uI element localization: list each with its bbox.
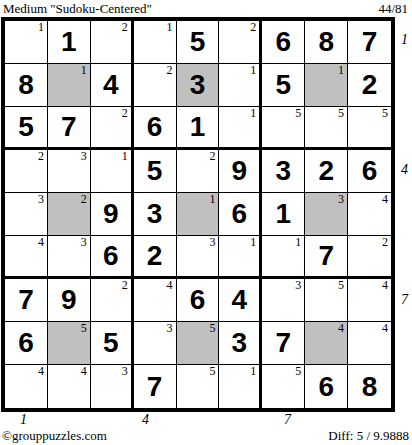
given-digit: 9 bbox=[61, 286, 77, 314]
cell-r7c8[interactable]: 5 bbox=[305, 279, 348, 322]
given-digit: 7 bbox=[318, 242, 334, 270]
given-digit: 7 bbox=[18, 286, 34, 314]
pencil-mark: 4 bbox=[382, 322, 388, 335]
cell-r5c9[interactable]: 4 bbox=[348, 193, 391, 236]
cell-r8c6[interactable]: 3 bbox=[219, 322, 262, 365]
cell-r3c1[interactable]: 5 bbox=[5, 107, 48, 150]
pencil-mark: 5 bbox=[338, 279, 344, 292]
given-digit: 6 bbox=[362, 157, 378, 185]
pencil-mark: 4 bbox=[382, 193, 388, 206]
pencil-mark: 3 bbox=[81, 236, 87, 249]
cell-r3c2[interactable]: 7 bbox=[48, 107, 91, 150]
given-digit: 3 bbox=[147, 200, 163, 228]
pencil-mark: 3 bbox=[295, 279, 301, 292]
given-digit: 1 bbox=[190, 113, 206, 141]
given-digit: 3 bbox=[275, 157, 291, 185]
cell-r7c7[interactable]: 3 bbox=[262, 279, 305, 322]
pencil-mark: 1 bbox=[38, 21, 44, 34]
row-label-4: 4 bbox=[401, 162, 408, 178]
cell-r2c9[interactable]: 2 bbox=[348, 64, 391, 107]
cell-r8c8[interactable]: 4 bbox=[305, 322, 348, 365]
cell-r5c2[interactable]: 2 bbox=[48, 193, 91, 236]
given-digit: 2 bbox=[147, 242, 163, 270]
pencil-mark: 5 bbox=[338, 107, 344, 120]
given-digit: 4 bbox=[232, 286, 248, 314]
cell-r6c5[interactable]: 3 bbox=[177, 236, 220, 279]
pencil-mark: 5 bbox=[209, 365, 215, 378]
cell-r1c5[interactable]: 5 bbox=[177, 21, 220, 64]
pencil-mark: 5 bbox=[382, 107, 388, 120]
pencil-mark: 2 bbox=[122, 107, 128, 120]
cell-r8c9[interactable]: 4 bbox=[348, 322, 391, 365]
pencil-mark: 2 bbox=[122, 21, 128, 34]
cell-r8c5[interactable]: 5 bbox=[177, 322, 220, 365]
cell-r5c4[interactable]: 3 bbox=[134, 193, 177, 236]
cell-r7c2[interactable]: 9 bbox=[48, 279, 91, 322]
cell-r8c2[interactable]: 5 bbox=[48, 322, 91, 365]
sudoku-board: 1121526878142315125726115552315293263293… bbox=[1, 17, 395, 412]
given-digit: 8 bbox=[18, 71, 34, 99]
pencil-mark: 3 bbox=[38, 193, 44, 206]
cell-r4c6[interactable]: 9 bbox=[219, 150, 262, 193]
col-label-1: 1 bbox=[20, 412, 27, 428]
given-digit: 9 bbox=[232, 157, 248, 185]
copyright-text: ©grouppuzzles.com bbox=[2, 428, 107, 444]
given-digit: 6 bbox=[275, 28, 291, 56]
cell-r8c3[interactable]: 5 bbox=[91, 322, 134, 365]
cell-r3c5[interactable]: 1 bbox=[177, 107, 220, 150]
cell-r7c4[interactable]: 4 bbox=[134, 279, 177, 322]
pencil-mark: 1 bbox=[250, 107, 256, 120]
pencil-mark: 5 bbox=[209, 322, 215, 335]
cell-r9c8[interactable]: 6 bbox=[305, 365, 348, 408]
cell-r1c3[interactable]: 2 bbox=[91, 21, 134, 64]
given-digit: 7 bbox=[147, 373, 163, 401]
cell-r4c4[interactable]: 5 bbox=[134, 150, 177, 193]
cell-r4c9[interactable]: 6 bbox=[348, 150, 391, 193]
cell-r2c3[interactable]: 4 bbox=[91, 64, 134, 107]
cell-r8c1[interactable]: 6 bbox=[5, 322, 48, 365]
pencil-mark: 2 bbox=[167, 64, 173, 77]
cell-r4c2[interactable]: 3 bbox=[48, 150, 91, 193]
cell-r7c5[interactable]: 6 bbox=[177, 279, 220, 322]
col-label-4: 4 bbox=[142, 412, 149, 428]
difficulty-text: Diff: 5 / 9.9888 bbox=[328, 428, 409, 444]
given-digit: 6 bbox=[147, 113, 163, 141]
pencil-mark: 2 bbox=[81, 193, 87, 206]
cell-r9c5[interactable]: 5 bbox=[177, 365, 220, 408]
given-digit: 1 bbox=[61, 28, 77, 56]
cell-r2c4[interactable]: 2 bbox=[134, 64, 177, 107]
given-digit: 5 bbox=[275, 71, 291, 99]
cell-r5c6[interactable]: 6 bbox=[219, 193, 262, 236]
cell-r2c1[interactable]: 8 bbox=[5, 64, 48, 107]
given-digit: 5 bbox=[190, 28, 206, 56]
pencil-mark: 3 bbox=[338, 193, 344, 206]
cell-r6c6[interactable]: 1 bbox=[219, 236, 262, 279]
pencil-mark: 1 bbox=[81, 64, 87, 77]
pencil-mark: 3 bbox=[167, 322, 173, 335]
pencil-mark: 4 bbox=[382, 279, 388, 292]
cell-r4c3[interactable]: 1 bbox=[91, 150, 134, 193]
given-digit: 5 bbox=[103, 329, 119, 357]
pencil-mark: 4 bbox=[338, 322, 344, 335]
given-digit: 5 bbox=[147, 157, 163, 185]
cell-r3c3[interactable]: 2 bbox=[91, 107, 134, 150]
cell-r8c7[interactable]: 7 bbox=[262, 322, 305, 365]
pencil-mark: 3 bbox=[81, 150, 87, 163]
cell-r9c6[interactable]: 1 bbox=[219, 365, 262, 408]
given-digit: 8 bbox=[362, 373, 378, 401]
given-digit: 1 bbox=[275, 200, 291, 228]
cell-r3c8[interactable]: 5 bbox=[305, 107, 348, 150]
pencil-mark: 1 bbox=[209, 193, 215, 206]
sudoku-page: Medium "Sudoku-Centered" 44/81 112152687… bbox=[0, 0, 412, 445]
pencil-mark: 5 bbox=[295, 365, 301, 378]
cell-r3c6[interactable]: 1 bbox=[219, 107, 262, 150]
pencil-mark: 3 bbox=[209, 236, 215, 249]
given-digit: 2 bbox=[362, 71, 378, 99]
pencil-mark: 1 bbox=[250, 365, 256, 378]
cell-r3c4[interactable]: 6 bbox=[134, 107, 177, 150]
pencil-mark: 4 bbox=[81, 365, 87, 378]
cell-r5c8[interactable]: 3 bbox=[305, 193, 348, 236]
cell-r4c1[interactable]: 2 bbox=[5, 150, 48, 193]
cell-r7c1[interactable]: 7 bbox=[5, 279, 48, 322]
cell-r1c7[interactable]: 6 bbox=[262, 21, 305, 64]
cell-r6c3[interactable]: 6 bbox=[91, 236, 134, 279]
pencil-mark: 2 bbox=[382, 236, 388, 249]
cell-r2c7[interactable]: 5 bbox=[262, 64, 305, 107]
cell-r2c8[interactable]: 1 bbox=[305, 64, 348, 107]
cell-r1c6[interactable]: 2 bbox=[219, 21, 262, 64]
cell-r9c9[interactable]: 8 bbox=[348, 365, 391, 408]
given-digit: 9 bbox=[103, 200, 119, 228]
cell-r6c9[interactable]: 2 bbox=[348, 236, 391, 279]
pencil-mark: 1 bbox=[167, 21, 173, 34]
cell-r9c3[interactable]: 3 bbox=[91, 365, 134, 408]
cell-r1c1[interactable]: 1 bbox=[5, 21, 48, 64]
given-digit: 3 bbox=[232, 329, 248, 357]
pencil-mark: 2 bbox=[38, 150, 44, 163]
cell-r5c3[interactable]: 9 bbox=[91, 193, 134, 236]
pencil-mark: 2 bbox=[209, 150, 215, 163]
given-digit: 6 bbox=[103, 242, 119, 270]
cell-r7c3[interactable]: 2 bbox=[91, 279, 134, 322]
cell-r6c7[interactable]: 1 bbox=[262, 236, 305, 279]
cell-r9c2[interactable]: 4 bbox=[48, 365, 91, 408]
col-label-7: 7 bbox=[284, 412, 291, 428]
pencil-mark: 4 bbox=[38, 365, 44, 378]
puzzle-title: Medium "Sudoku-Centered" bbox=[3, 1, 152, 17]
puzzle-counter: 44/81 bbox=[378, 1, 408, 17]
pencil-mark: 5 bbox=[81, 322, 87, 335]
pencil-mark: 1 bbox=[122, 150, 128, 163]
cell-r6c2[interactable]: 3 bbox=[48, 236, 91, 279]
cell-r2c2[interactable]: 1 bbox=[48, 64, 91, 107]
cell-r6c4[interactable]: 2 bbox=[134, 236, 177, 279]
pencil-mark: 5 bbox=[295, 107, 301, 120]
pencil-mark: 2 bbox=[250, 21, 256, 34]
pencil-mark: 1 bbox=[250, 64, 256, 77]
cell-r3c7[interactable]: 5 bbox=[262, 107, 305, 150]
pencil-mark: 2 bbox=[122, 279, 128, 292]
pencil-mark: 1 bbox=[250, 236, 256, 249]
cell-r6c1[interactable]: 4 bbox=[5, 236, 48, 279]
cell-r2c5[interactable]: 3 bbox=[177, 64, 220, 107]
given-digit: 4 bbox=[103, 71, 119, 99]
pencil-mark: 1 bbox=[338, 64, 344, 77]
cell-r8c4[interactable]: 3 bbox=[134, 322, 177, 365]
cell-r1c8[interactable]: 8 bbox=[305, 21, 348, 64]
given-digit: 3 bbox=[190, 71, 206, 99]
cell-r9c4[interactable]: 7 bbox=[134, 365, 177, 408]
cell-r7c9[interactable]: 4 bbox=[348, 279, 391, 322]
cell-r9c7[interactable]: 5 bbox=[262, 365, 305, 408]
given-digit: 6 bbox=[18, 329, 34, 357]
row-label-1: 1 bbox=[401, 32, 408, 48]
cell-r6c8[interactable]: 7 bbox=[305, 236, 348, 279]
cell-r7c6[interactable]: 4 bbox=[219, 279, 262, 322]
cell-r5c5[interactable]: 1 bbox=[177, 193, 220, 236]
pencil-mark: 1 bbox=[295, 236, 301, 249]
cell-r4c5[interactable]: 2 bbox=[177, 150, 220, 193]
cell-r5c7[interactable]: 1 bbox=[262, 193, 305, 236]
cell-r1c2[interactable]: 1 bbox=[48, 21, 91, 64]
pencil-mark: 4 bbox=[167, 279, 173, 292]
given-digit: 7 bbox=[61, 113, 77, 141]
cell-r3c9[interactable]: 5 bbox=[348, 107, 391, 150]
cell-r5c1[interactable]: 3 bbox=[5, 193, 48, 236]
cell-r4c7[interactable]: 3 bbox=[262, 150, 305, 193]
given-digit: 6 bbox=[232, 200, 248, 228]
cell-r9c1[interactable]: 4 bbox=[5, 365, 48, 408]
given-digit: 7 bbox=[362, 28, 378, 56]
given-digit: 2 bbox=[318, 157, 334, 185]
pencil-mark: 4 bbox=[38, 236, 44, 249]
cell-r1c9[interactable]: 7 bbox=[348, 21, 391, 64]
pencil-mark: 3 bbox=[122, 365, 128, 378]
given-digit: 5 bbox=[18, 113, 34, 141]
given-digit: 8 bbox=[318, 28, 334, 56]
given-digit: 6 bbox=[190, 286, 206, 314]
given-digit: 7 bbox=[275, 329, 291, 357]
row-label-7: 7 bbox=[401, 292, 408, 308]
cell-r2c6[interactable]: 1 bbox=[219, 64, 262, 107]
cell-r1c4[interactable]: 1 bbox=[134, 21, 177, 64]
given-digit: 6 bbox=[318, 373, 334, 401]
cell-r4c8[interactable]: 2 bbox=[305, 150, 348, 193]
